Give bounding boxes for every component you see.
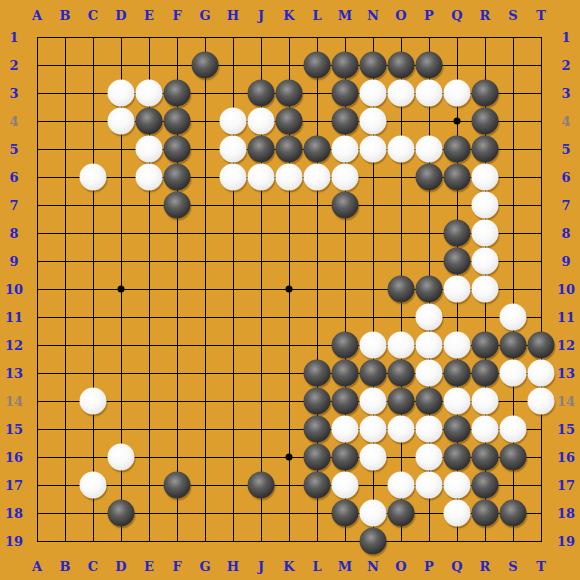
col-label-bottom-O: O bbox=[395, 559, 406, 574]
star-point-K16 bbox=[286, 454, 293, 461]
stone-white-N18[interactable] bbox=[360, 500, 387, 527]
stone-black-K3[interactable] bbox=[276, 80, 303, 107]
stone-black-O14[interactable] bbox=[388, 388, 415, 415]
stone-black-O2[interactable] bbox=[388, 52, 415, 79]
stone-black-R18[interactable] bbox=[472, 500, 499, 527]
stone-black-M13[interactable] bbox=[332, 360, 359, 387]
col-label-top-H: H bbox=[227, 8, 239, 23]
stone-black-R17[interactable] bbox=[472, 472, 499, 499]
stone-black-O10[interactable] bbox=[388, 276, 415, 303]
stone-black-F7[interactable] bbox=[164, 192, 191, 219]
stone-black-M4[interactable] bbox=[332, 108, 359, 135]
stone-black-R4[interactable] bbox=[472, 108, 499, 135]
col-label-bottom-T: T bbox=[536, 559, 546, 574]
row-label-right-5: 5 bbox=[561, 142, 570, 157]
stone-black-K4[interactable] bbox=[276, 108, 303, 135]
col-label-bottom-N: N bbox=[367, 559, 379, 574]
stone-black-F5[interactable] bbox=[164, 136, 191, 163]
row-label-left-7: 7 bbox=[9, 198, 18, 213]
star-point-Q4 bbox=[454, 118, 461, 125]
row-label-right-2: 2 bbox=[561, 58, 570, 73]
stone-white-R15[interactable] bbox=[472, 416, 499, 443]
stone-black-M12[interactable] bbox=[332, 332, 359, 359]
col-label-bottom-D: D bbox=[115, 559, 126, 574]
stone-white-M6[interactable] bbox=[332, 164, 359, 191]
row-label-right-1: 1 bbox=[561, 30, 570, 45]
stone-black-S12[interactable] bbox=[500, 332, 527, 359]
stone-black-F3[interactable] bbox=[164, 80, 191, 107]
stone-black-M18[interactable] bbox=[332, 500, 359, 527]
row-label-right-16: 16 bbox=[557, 450, 575, 465]
stone-white-P3[interactable] bbox=[416, 80, 443, 107]
row-label-left-15: 15 bbox=[5, 422, 23, 437]
stone-white-Q14[interactable] bbox=[444, 388, 471, 415]
stone-white-R8[interactable] bbox=[472, 220, 499, 247]
stone-white-P16[interactable] bbox=[416, 444, 443, 471]
col-label-top-T: T bbox=[536, 8, 546, 23]
stone-black-S16[interactable] bbox=[500, 444, 527, 471]
row-label-right-10: 10 bbox=[557, 282, 575, 297]
row-label-left-11: 11 bbox=[5, 310, 23, 325]
row-label-left-4: 4 bbox=[9, 114, 18, 129]
stone-black-M16[interactable] bbox=[332, 444, 359, 471]
col-label-top-Q: Q bbox=[451, 8, 462, 23]
stone-black-J3[interactable] bbox=[248, 80, 275, 107]
col-label-bottom-C: C bbox=[88, 559, 98, 574]
col-label-top-E: E bbox=[144, 8, 154, 23]
col-label-bottom-S: S bbox=[508, 559, 517, 574]
col-label-bottom-K: K bbox=[283, 559, 294, 574]
row-label-left-9: 9 bbox=[9, 254, 18, 269]
col-label-bottom-Q: Q bbox=[451, 559, 462, 574]
stone-white-N15[interactable] bbox=[360, 416, 387, 443]
row-label-right-3: 3 bbox=[561, 86, 570, 101]
stone-black-K5[interactable] bbox=[276, 136, 303, 163]
stone-black-N2[interactable] bbox=[360, 52, 387, 79]
col-label-bottom-H: H bbox=[227, 559, 239, 574]
row-label-right-11: 11 bbox=[557, 310, 575, 325]
row-label-right-8: 8 bbox=[561, 226, 570, 241]
stone-white-N12[interactable] bbox=[360, 332, 387, 359]
stone-white-C17[interactable] bbox=[80, 472, 107, 499]
col-label-bottom-B: B bbox=[60, 559, 71, 574]
row-label-left-10: 10 bbox=[5, 282, 23, 297]
stone-black-O18[interactable] bbox=[388, 500, 415, 527]
stone-white-O5[interactable] bbox=[388, 136, 415, 163]
stone-white-D16[interactable] bbox=[108, 444, 135, 471]
stone-white-N14[interactable] bbox=[360, 388, 387, 415]
col-label-top-M: M bbox=[338, 8, 352, 23]
col-label-bottom-M: M bbox=[338, 559, 352, 574]
stone-black-P10[interactable] bbox=[416, 276, 443, 303]
stone-white-R10[interactable] bbox=[472, 276, 499, 303]
stone-black-Q16[interactable] bbox=[444, 444, 471, 471]
stone-white-S11[interactable] bbox=[500, 304, 527, 331]
stone-black-F6[interactable] bbox=[164, 164, 191, 191]
stone-white-P17[interactable] bbox=[416, 472, 443, 499]
star-point-D10 bbox=[118, 286, 125, 293]
col-label-bottom-P: P bbox=[424, 559, 434, 574]
stone-white-P15[interactable] bbox=[416, 416, 443, 443]
stone-white-H6[interactable] bbox=[220, 164, 247, 191]
stone-white-M15[interactable] bbox=[332, 416, 359, 443]
col-label-top-G: G bbox=[199, 8, 210, 23]
stone-black-M2[interactable] bbox=[332, 52, 359, 79]
col-label-top-C: C bbox=[88, 8, 98, 23]
stone-white-P13[interactable] bbox=[416, 360, 443, 387]
col-label-bottom-F: F bbox=[172, 559, 181, 574]
stone-white-P5[interactable] bbox=[416, 136, 443, 163]
stone-black-S18[interactable] bbox=[500, 500, 527, 527]
stone-black-Q9[interactable] bbox=[444, 248, 471, 275]
stone-white-C14[interactable] bbox=[80, 388, 107, 415]
row-label-right-15: 15 bbox=[557, 422, 575, 437]
col-label-top-B: B bbox=[60, 8, 71, 23]
stone-black-P14[interactable] bbox=[416, 388, 443, 415]
stone-white-D4[interactable] bbox=[108, 108, 135, 135]
stone-black-P2[interactable] bbox=[416, 52, 443, 79]
stone-black-Q15[interactable] bbox=[444, 416, 471, 443]
row-label-left-5: 5 bbox=[9, 142, 18, 157]
stone-white-N5[interactable] bbox=[360, 136, 387, 163]
col-label-top-P: P bbox=[424, 8, 434, 23]
stone-white-C6[interactable] bbox=[80, 164, 107, 191]
stone-black-L17[interactable] bbox=[304, 472, 331, 499]
col-label-top-N: N bbox=[367, 8, 379, 23]
row-label-left-2: 2 bbox=[9, 58, 18, 73]
col-label-top-J: J bbox=[258, 8, 264, 23]
stone-white-M17[interactable] bbox=[332, 472, 359, 499]
row-label-left-3: 3 bbox=[9, 86, 18, 101]
stone-black-R12[interactable] bbox=[472, 332, 499, 359]
row-label-right-6: 6 bbox=[561, 170, 570, 185]
stone-black-N19[interactable] bbox=[360, 528, 387, 555]
star-point-K10 bbox=[286, 286, 293, 293]
stone-white-T13[interactable] bbox=[528, 360, 555, 387]
stone-black-F17[interactable] bbox=[164, 472, 191, 499]
stone-white-H4[interactable] bbox=[220, 108, 247, 135]
col-label-top-F: F bbox=[172, 8, 181, 23]
row-label-left-16: 16 bbox=[5, 450, 23, 465]
stone-white-Q12[interactable] bbox=[444, 332, 471, 359]
stone-black-R5[interactable] bbox=[472, 136, 499, 163]
stone-white-Q3[interactable] bbox=[444, 80, 471, 107]
stone-white-R7[interactable] bbox=[472, 192, 499, 219]
stone-white-N16[interactable] bbox=[360, 444, 387, 471]
col-label-top-L: L bbox=[312, 8, 321, 23]
stone-white-S13[interactable] bbox=[500, 360, 527, 387]
col-label-bottom-A: A bbox=[32, 559, 42, 574]
row-label-left-13: 13 bbox=[5, 366, 23, 381]
stone-white-Q17[interactable] bbox=[444, 472, 471, 499]
stone-white-E5[interactable] bbox=[136, 136, 163, 163]
stone-black-M14[interactable] bbox=[332, 388, 359, 415]
col-label-top-K: K bbox=[283, 8, 294, 23]
row-label-left-19: 19 bbox=[5, 534, 23, 549]
stone-white-E3[interactable] bbox=[136, 80, 163, 107]
row-label-right-9: 9 bbox=[561, 254, 570, 269]
stone-white-P11[interactable] bbox=[416, 304, 443, 331]
row-label-left-12: 12 bbox=[5, 338, 23, 353]
col-label-bottom-J: J bbox=[258, 559, 264, 574]
stone-black-F4[interactable] bbox=[164, 108, 191, 135]
row-label-right-12: 12 bbox=[557, 338, 575, 353]
col-label-top-D: D bbox=[115, 8, 126, 23]
stone-white-M5[interactable] bbox=[332, 136, 359, 163]
stone-black-R13[interactable] bbox=[472, 360, 499, 387]
stone-black-Q5[interactable] bbox=[444, 136, 471, 163]
row-label-left-17: 17 bbox=[5, 478, 23, 493]
stone-white-L6[interactable] bbox=[304, 164, 331, 191]
stone-white-T14[interactable] bbox=[528, 388, 555, 415]
stone-white-P12[interactable] bbox=[416, 332, 443, 359]
row-label-left-1: 1 bbox=[9, 30, 18, 45]
row-label-right-18: 18 bbox=[557, 506, 575, 521]
stone-black-M7[interactable] bbox=[332, 192, 359, 219]
stone-white-J6[interactable] bbox=[248, 164, 275, 191]
stone-black-L15[interactable] bbox=[304, 416, 331, 443]
stone-black-J5[interactable] bbox=[248, 136, 275, 163]
stone-white-E6[interactable] bbox=[136, 164, 163, 191]
stone-white-O17[interactable] bbox=[388, 472, 415, 499]
row-label-left-6: 6 bbox=[9, 170, 18, 185]
stone-black-L14[interactable] bbox=[304, 388, 331, 415]
stone-black-G2[interactable] bbox=[192, 52, 219, 79]
stone-black-L16[interactable] bbox=[304, 444, 331, 471]
stone-white-O12[interactable] bbox=[388, 332, 415, 359]
stone-white-O15[interactable] bbox=[388, 416, 415, 443]
stone-white-Q10[interactable] bbox=[444, 276, 471, 303]
stone-black-R16[interactable] bbox=[472, 444, 499, 471]
stone-white-H5[interactable] bbox=[220, 136, 247, 163]
stone-white-O3[interactable] bbox=[388, 80, 415, 107]
row-label-right-14: 14 bbox=[557, 394, 575, 409]
stone-black-N13[interactable] bbox=[360, 360, 387, 387]
col-label-bottom-R: R bbox=[480, 559, 491, 574]
col-label-top-S: S bbox=[508, 8, 517, 23]
stone-black-D18[interactable] bbox=[108, 500, 135, 527]
row-label-right-4: 4 bbox=[561, 114, 570, 129]
stone-black-L2[interactable] bbox=[304, 52, 331, 79]
stone-black-Q8[interactable] bbox=[444, 220, 471, 247]
stone-white-Q18[interactable] bbox=[444, 500, 471, 527]
stone-black-J17[interactable] bbox=[248, 472, 275, 499]
stone-white-R6[interactable] bbox=[472, 164, 499, 191]
row-label-right-19: 19 bbox=[557, 534, 575, 549]
col-label-bottom-G: G bbox=[199, 559, 210, 574]
row-label-right-13: 13 bbox=[557, 366, 575, 381]
stone-white-R9[interactable] bbox=[472, 248, 499, 275]
row-label-left-8: 8 bbox=[9, 226, 18, 241]
col-label-top-A: A bbox=[32, 8, 42, 23]
col-label-bottom-L: L bbox=[312, 559, 321, 574]
row-label-left-18: 18 bbox=[5, 506, 23, 521]
row-label-left-14: 14 bbox=[5, 394, 23, 409]
col-label-bottom-E: E bbox=[144, 559, 154, 574]
stone-black-Q6[interactable] bbox=[444, 164, 471, 191]
stone-black-O13[interactable] bbox=[388, 360, 415, 387]
row-label-right-17: 17 bbox=[557, 478, 575, 493]
stone-white-R14[interactable] bbox=[472, 388, 499, 415]
stone-black-Q13[interactable] bbox=[444, 360, 471, 387]
stone-black-E4[interactable] bbox=[136, 108, 163, 135]
col-label-top-R: R bbox=[480, 8, 491, 23]
stone-white-N4[interactable] bbox=[360, 108, 387, 135]
stone-white-N3[interactable] bbox=[360, 80, 387, 107]
stone-white-D3[interactable] bbox=[108, 80, 135, 107]
stone-black-M3[interactable] bbox=[332, 80, 359, 107]
stone-black-L13[interactable] bbox=[304, 360, 331, 387]
stone-white-J4[interactable] bbox=[248, 108, 275, 135]
go-board[interactable]: AABBCCDDEEFFGGHHJJKKLLMMNNOOPPQQRRSSTT11… bbox=[0, 0, 580, 580]
stone-black-T12[interactable] bbox=[528, 332, 555, 359]
col-label-top-O: O bbox=[395, 8, 406, 23]
stone-white-S15[interactable] bbox=[500, 416, 527, 443]
row-label-right-7: 7 bbox=[561, 198, 570, 213]
stone-black-R3[interactable] bbox=[472, 80, 499, 107]
stone-black-L5[interactable] bbox=[304, 136, 331, 163]
stone-black-P6[interactable] bbox=[416, 164, 443, 191]
stone-white-K6[interactable] bbox=[276, 164, 303, 191]
